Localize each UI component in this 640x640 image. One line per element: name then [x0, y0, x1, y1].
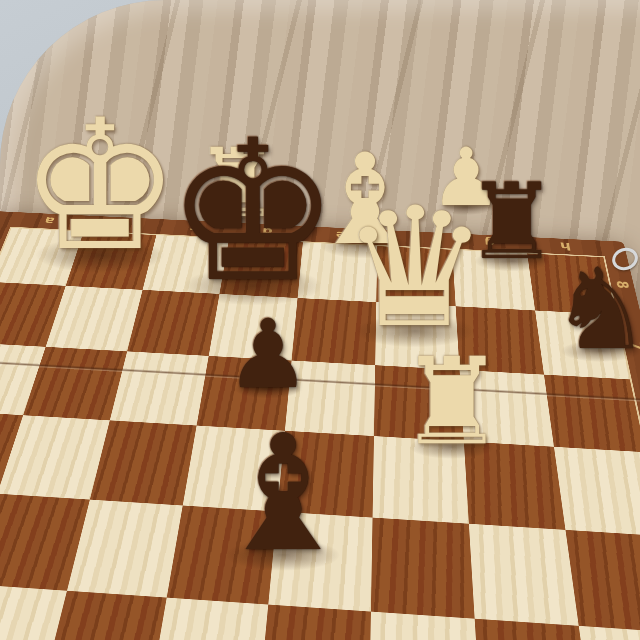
piece-white-rook-f5[interactable]: ♜ [398, 342, 506, 462]
square-f4[interactable] [371, 518, 475, 619]
piece-white-queen-f7[interactable]: ♛ [341, 186, 489, 351]
square-c5[interactable] [90, 420, 197, 505]
square-h4[interactable] [566, 530, 640, 633]
square-c6[interactable] [109, 351, 208, 426]
piece-white-king-b8[interactable]: ♚ [19, 96, 180, 276]
piece-black-king-d8[interactable]: ♚ [166, 114, 341, 309]
piece-black-bishop-d4[interactable]: ♝ [211, 414, 354, 574]
photo-scene: abcdefgh abcdefgh 87654321 87654321 ♟♜♝♚… [0, 0, 640, 640]
square-d3[interactable] [148, 597, 268, 640]
square-g4[interactable] [469, 524, 579, 626]
piece-black-knight-h7[interactable]: ♞ [551, 253, 640, 365]
square-e3[interactable] [258, 604, 371, 640]
piece-black-pawn-d7[interactable]: ♟ [225, 307, 310, 402]
